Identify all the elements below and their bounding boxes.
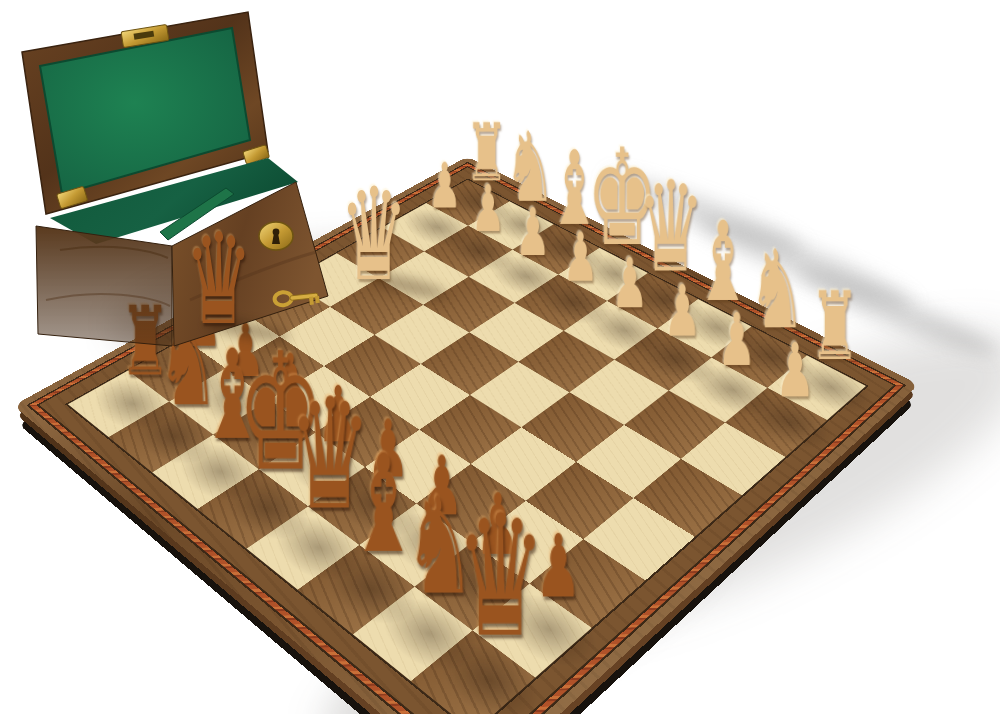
square-b2: ♟ [669, 358, 768, 423]
black-spare-queen: ♛ [163, 217, 276, 343]
white-spare-queen: ♛ [317, 171, 432, 299]
box-base-left-face [36, 226, 172, 346]
square-a8: ♛ [411, 631, 535, 714]
white-pawn-a2: ♟ [762, 335, 829, 406]
white-pawn-b2: ♟ [705, 305, 770, 374]
product-photo-chess-set: { "game": "chess", "media": "product pho… [0, 0, 1000, 714]
black-queen-a8: ♛ [425, 496, 576, 656]
